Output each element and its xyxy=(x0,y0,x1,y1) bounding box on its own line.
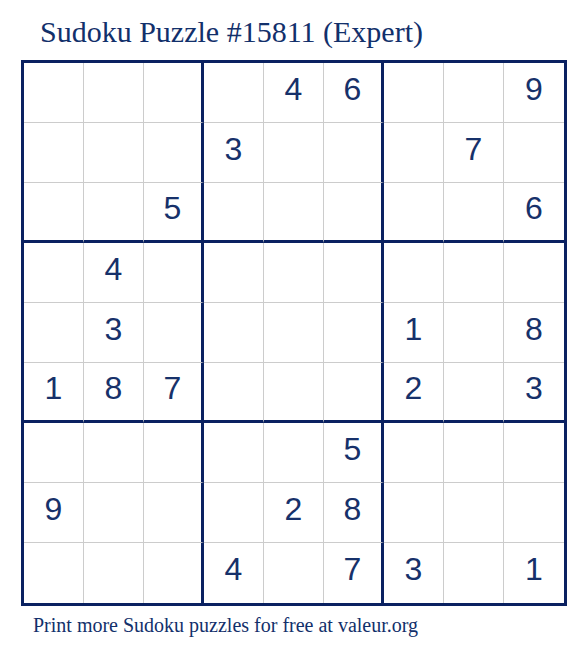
sudoku-cell-r5c4[interactable] xyxy=(204,303,264,363)
sudoku-cell-r6c2[interactable]: 8 xyxy=(84,363,144,423)
sudoku-cell-r1c7[interactable] xyxy=(384,63,444,123)
sudoku-cell-r7c6[interactable]: 5 xyxy=(324,423,384,483)
sudoku-cell-r3c7[interactable] xyxy=(384,183,444,243)
given-digit: 3 xyxy=(225,133,243,165)
sudoku-cell-r4c8[interactable] xyxy=(444,243,504,303)
sudoku-cell-r6c6[interactable] xyxy=(324,363,384,423)
sudoku-cell-r5c5[interactable] xyxy=(264,303,324,363)
sudoku-cell-r2c6[interactable] xyxy=(324,123,384,183)
sudoku-cell-r6c3[interactable]: 7 xyxy=(144,363,204,423)
sudoku-cell-r7c8[interactable] xyxy=(444,423,504,483)
sudoku-cell-r5c8[interactable] xyxy=(444,303,504,363)
sudoku-cell-r5c3[interactable] xyxy=(144,303,204,363)
sudoku-cell-r7c2[interactable] xyxy=(84,423,144,483)
sudoku-cell-r1c1[interactable] xyxy=(24,63,84,123)
given-digit: 9 xyxy=(45,493,63,525)
sudoku-cell-r9c2[interactable] xyxy=(84,543,144,603)
given-digit: 4 xyxy=(225,553,243,585)
sudoku-cell-r8c6[interactable]: 8 xyxy=(324,483,384,543)
sudoku-cell-r1c2[interactable] xyxy=(84,63,144,123)
sudoku-cell-r9c4[interactable]: 4 xyxy=(204,543,264,603)
sudoku-cell-r7c7[interactable] xyxy=(384,423,444,483)
sudoku-cell-r6c1[interactable]: 1 xyxy=(24,363,84,423)
sudoku-cell-r7c9[interactable] xyxy=(504,423,564,483)
sudoku-cell-r4c5[interactable] xyxy=(264,243,324,303)
sudoku-cell-r5c7[interactable]: 1 xyxy=(384,303,444,363)
given-digit: 2 xyxy=(285,493,303,525)
sudoku-cell-r5c1[interactable] xyxy=(24,303,84,363)
sudoku-cell-r8c8[interactable] xyxy=(444,483,504,543)
sudoku-cell-r7c1[interactable] xyxy=(24,423,84,483)
given-digit: 7 xyxy=(164,372,182,404)
footer-text: Print more Sudoku puzzles for free at va… xyxy=(33,614,418,637)
sudoku-cell-r3c2[interactable] xyxy=(84,183,144,243)
given-digit: 2 xyxy=(405,372,423,404)
sudoku-cell-r2c1[interactable] xyxy=(24,123,84,183)
sudoku-cell-r9c8[interactable] xyxy=(444,543,504,603)
sudoku-cell-r8c5[interactable]: 2 xyxy=(264,483,324,543)
sudoku-cell-r5c9[interactable]: 8 xyxy=(504,303,564,363)
given-digit: 1 xyxy=(525,553,543,585)
sudoku-cell-r2c3[interactable] xyxy=(144,123,204,183)
sudoku-cell-r3c3[interactable]: 5 xyxy=(144,183,204,243)
sudoku-cell-r4c3[interactable] xyxy=(144,243,204,303)
given-digit: 4 xyxy=(105,253,123,285)
sudoku-cell-r3c4[interactable] xyxy=(204,183,264,243)
sudoku-cell-r8c1[interactable]: 9 xyxy=(24,483,84,543)
sudoku-cell-r6c7[interactable]: 2 xyxy=(384,363,444,423)
sudoku-cell-r2c8[interactable]: 7 xyxy=(444,123,504,183)
given-digit: 1 xyxy=(405,313,423,345)
given-digit: 6 xyxy=(525,192,543,224)
given-digit: 3 xyxy=(405,553,423,585)
sudoku-cell-r2c5[interactable] xyxy=(264,123,324,183)
sudoku-cell-r2c7[interactable] xyxy=(384,123,444,183)
sudoku-cell-r1c5[interactable]: 4 xyxy=(264,63,324,123)
sudoku-cell-r2c2[interactable] xyxy=(84,123,144,183)
sudoku-cell-r3c8[interactable] xyxy=(444,183,504,243)
sudoku-cell-r6c8[interactable] xyxy=(444,363,504,423)
sudoku-cell-r8c2[interactable] xyxy=(84,483,144,543)
given-digit: 3 xyxy=(525,372,543,404)
sudoku-cell-r4c9[interactable] xyxy=(504,243,564,303)
given-digit: 6 xyxy=(344,73,362,105)
sudoku-cell-r6c4[interactable] xyxy=(204,363,264,423)
sudoku-cell-r8c9[interactable] xyxy=(504,483,564,543)
sudoku-cell-r4c6[interactable] xyxy=(324,243,384,303)
sudoku-cell-r9c9[interactable]: 1 xyxy=(504,543,564,603)
sudoku-cell-r3c1[interactable] xyxy=(24,183,84,243)
sudoku-puzzle-page: Sudoku Puzzle #15811 (Expert) 4693756431… xyxy=(0,0,580,651)
sudoku-cell-r4c2[interactable]: 4 xyxy=(84,243,144,303)
page-title: Sudoku Puzzle #15811 (Expert) xyxy=(40,15,423,50)
given-digit: 5 xyxy=(164,192,182,224)
given-digit: 8 xyxy=(344,493,362,525)
given-digit: 9 xyxy=(525,73,543,105)
sudoku-cell-r3c6[interactable] xyxy=(324,183,384,243)
sudoku-cell-r9c3[interactable] xyxy=(144,543,204,603)
sudoku-cell-r9c6[interactable]: 7 xyxy=(324,543,384,603)
sudoku-cell-r1c6[interactable]: 6 xyxy=(324,63,384,123)
sudoku-cell-r9c1[interactable] xyxy=(24,543,84,603)
given-digit: 8 xyxy=(105,372,123,404)
sudoku-cell-r1c4[interactable] xyxy=(204,63,264,123)
sudoku-cell-r1c3[interactable] xyxy=(144,63,204,123)
sudoku-cell-r3c5[interactable] xyxy=(264,183,324,243)
sudoku-cell-r7c5[interactable] xyxy=(264,423,324,483)
given-digit: 7 xyxy=(344,553,362,585)
sudoku-cell-r6c5[interactable] xyxy=(264,363,324,423)
given-digit: 7 xyxy=(465,133,483,165)
sudoku-cell-r4c1[interactable] xyxy=(24,243,84,303)
sudoku-cell-r6c9[interactable]: 3 xyxy=(504,363,564,423)
sudoku-cell-r7c3[interactable] xyxy=(144,423,204,483)
given-digit: 5 xyxy=(344,433,362,465)
sudoku-cell-r8c4[interactable] xyxy=(204,483,264,543)
sudoku-cell-r3c9[interactable]: 6 xyxy=(504,183,564,243)
given-digit: 8 xyxy=(525,313,543,345)
sudoku-cell-r9c7[interactable]: 3 xyxy=(384,543,444,603)
sudoku-cell-r4c4[interactable] xyxy=(204,243,264,303)
sudoku-cell-r2c4[interactable]: 3 xyxy=(204,123,264,183)
sudoku-cell-r5c6[interactable] xyxy=(324,303,384,363)
sudoku-cell-r1c9[interactable]: 9 xyxy=(504,63,564,123)
sudoku-cell-r5c2[interactable]: 3 xyxy=(84,303,144,363)
sudoku-cell-r2c9[interactable] xyxy=(504,123,564,183)
sudoku-cell-r8c3[interactable] xyxy=(144,483,204,543)
sudoku-cell-r9c5[interactable] xyxy=(264,543,324,603)
sudoku-cell-r7c4[interactable] xyxy=(204,423,264,483)
sudoku-board: 469375643181872359284731 xyxy=(21,60,567,606)
given-digit: 4 xyxy=(285,73,303,105)
given-digit: 1 xyxy=(45,372,63,404)
sudoku-cell-r4c7[interactable] xyxy=(384,243,444,303)
sudoku-cell-r1c8[interactable] xyxy=(444,63,504,123)
given-digit: 3 xyxy=(105,313,123,345)
sudoku-cell-r8c7[interactable] xyxy=(384,483,444,543)
